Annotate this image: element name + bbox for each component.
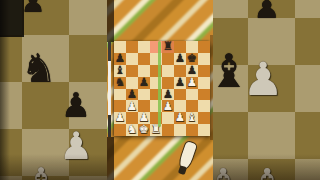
background-checkerboard: ♟♝♟♝♝ [213, 0, 320, 180]
square-e8[interactable]: ♜ [162, 41, 174, 53]
square-e2[interactable] [162, 112, 174, 124]
square-e3[interactable]: ♟ [162, 100, 174, 112]
square-h6[interactable] [198, 65, 210, 77]
chess-board[interactable]: ♜♟♟♚♝♟♞♟♟♟♟♟♟♟♟♟♟♝♞♚♜ [114, 41, 210, 136]
strip-right-shadow [210, 35, 213, 140]
square-c5[interactable]: ♟ [138, 77, 150, 89]
white-king: ♚ [139, 124, 149, 136]
white-pawn: ♟ [163, 101, 173, 113]
square-h4[interactable] [198, 89, 210, 101]
white-pawn: ♟ [187, 77, 197, 89]
bg-black-pawn: ♟ [20, 0, 45, 17]
square-b3[interactable]: ♟ [126, 100, 138, 112]
black-pawn: ♟ [175, 53, 185, 65]
square-a1[interactable] [114, 124, 126, 136]
square-h7[interactable] [198, 53, 210, 65]
square-h2[interactable] [198, 112, 210, 124]
white-pawn: ♟ [127, 101, 137, 113]
background-board-left: ♟♞♟♟♝ [0, 0, 107, 180]
square-f5[interactable]: ♟ [174, 77, 186, 89]
square-g4[interactable] [186, 89, 198, 101]
bg-black-knight: ♞ [21, 48, 57, 88]
square-b6[interactable] [126, 65, 138, 77]
edge-shadow [0, 0, 10, 180]
square-c4[interactable] [138, 89, 150, 101]
square-a5[interactable]: ♞ [114, 77, 126, 89]
square-g2[interactable]: ♝ [186, 112, 198, 124]
eval-bar-segment [108, 42, 111, 61]
square-c1[interactable]: ♚ [138, 124, 150, 136]
bg-white-pawn: ♟ [242, 56, 283, 102]
square-f2[interactable]: ♟ [174, 112, 186, 124]
square-g1[interactable] [186, 124, 198, 136]
strip-left-shadow-top [107, 0, 114, 42]
black-rook: ♜ [163, 41, 173, 53]
eval-bar-segment [108, 61, 111, 115]
square-f7[interactable]: ♟ [174, 53, 186, 65]
square-b8[interactable] [126, 41, 138, 53]
square-g5[interactable]: ♟ [186, 77, 198, 89]
bg-black-pawn: ♟ [254, 0, 281, 23]
square-h5[interactable] [198, 77, 210, 89]
video-frame: ♟♞♟♟♝ ♟♝♟♝♝ ♜♟♟♚♝♟♞♟♟♟♟♟♟♟♟♟♟♝♞♚♜ [0, 0, 320, 180]
black-pawn: ♟ [139, 77, 149, 89]
square-f4[interactable] [174, 89, 186, 101]
background-board-right: ♟♝♟♝♝ [213, 0, 320, 180]
square-h3[interactable] [198, 100, 210, 112]
square-b1[interactable]: ♞ [126, 124, 138, 136]
square-e1[interactable] [162, 124, 174, 136]
white-pawn: ♟ [115, 112, 125, 124]
bg-black-pawn: ♟ [61, 88, 91, 122]
square-e7[interactable] [162, 53, 174, 65]
eval-bar-segment [108, 115, 111, 137]
white-bishop: ♝ [187, 112, 197, 124]
square-a2[interactable]: ♟ [114, 112, 126, 124]
square-c7[interactable] [138, 53, 150, 65]
bottom-shadow [213, 154, 320, 180]
square-e6[interactable] [162, 65, 174, 77]
center-video-strip: ♜♟♟♚♝♟♞♟♟♟♟♟♟♟♟♟♟♝♞♚♜ [107, 0, 213, 180]
bottom-shadow [0, 154, 107, 180]
square-h8[interactable] [198, 41, 210, 53]
white-knight: ♞ [127, 124, 137, 136]
square-a4[interactable] [114, 89, 126, 101]
black-pawn: ♟ [175, 77, 185, 89]
square-h1[interactable] [198, 124, 210, 136]
strip-left-shadow-bottom [107, 137, 114, 180]
square-f1[interactable] [174, 124, 186, 136]
square-b7[interactable] [126, 53, 138, 65]
square-c8[interactable] [138, 41, 150, 53]
white-pawn: ♟ [175, 112, 185, 124]
eval-bar [108, 42, 111, 137]
best-move-arrow-d-file [158, 41, 162, 127]
black-knight: ♞ [115, 77, 125, 89]
